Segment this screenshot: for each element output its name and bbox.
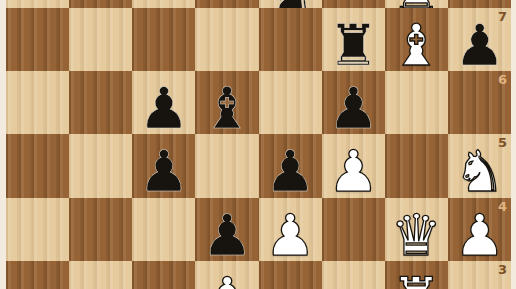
white-pawn-h4[interactable]: ♟ (454, 207, 505, 264)
black-bishop-d6[interactable]: ♝ (201, 80, 252, 137)
square-e4[interactable]: ♟ (259, 198, 322, 261)
right-page-margin (511, 0, 516, 289)
square-b6[interactable] (69, 71, 132, 134)
left-page-margin (0, 0, 6, 289)
square-e8[interactable]: ♞ (259, 0, 322, 8)
white-pawn-d3[interactable]: ♟ (201, 270, 252, 289)
square-g8[interactable]: ♜ (385, 0, 448, 8)
square-g5[interactable] (385, 134, 448, 197)
square-b8[interactable] (69, 0, 132, 8)
square-c5[interactable]: ♟ (132, 134, 195, 197)
square-h6[interactable]: 6 (448, 71, 511, 134)
square-a7[interactable] (6, 8, 69, 71)
rank-label-3: 3 (498, 263, 507, 276)
square-f7[interactable]: ♜ (322, 8, 385, 71)
chess-board[interactable]: ♞♜♜♝7♟♟♝♟6♟♟♟5♞♟♟♛4♟♟♜3 (6, 0, 511, 289)
square-g7[interactable]: ♝ (385, 8, 448, 71)
square-f8[interactable] (322, 0, 385, 8)
black-pawn-e5[interactable]: ♟ (265, 143, 316, 200)
black-rook-f7[interactable]: ♜ (328, 17, 379, 74)
square-d6[interactable]: ♝ (195, 71, 258, 134)
black-pawn-d4[interactable]: ♟ (201, 207, 252, 264)
square-a8[interactable] (6, 0, 69, 8)
square-d7[interactable] (195, 8, 258, 71)
square-g4[interactable]: ♛ (385, 198, 448, 261)
square-d4[interactable]: ♟ (195, 198, 258, 261)
square-h8[interactable] (448, 0, 511, 8)
square-b7[interactable] (69, 8, 132, 71)
square-c4[interactable] (132, 198, 195, 261)
square-e6[interactable] (259, 71, 322, 134)
square-e7[interactable] (259, 8, 322, 71)
rank-label-6: 6 (498, 73, 507, 86)
white-knight-h5[interactable]: ♞ (454, 143, 505, 200)
square-e5[interactable]: ♟ (259, 134, 322, 197)
square-d5[interactable] (195, 134, 258, 197)
square-a3[interactable] (6, 261, 69, 289)
square-d8[interactable] (195, 0, 258, 8)
square-h3[interactable]: 3 (448, 261, 511, 289)
square-b4[interactable] (69, 198, 132, 261)
square-a4[interactable] (6, 198, 69, 261)
square-h4[interactable]: 4♟ (448, 198, 511, 261)
white-queen-g4[interactable]: ♛ (391, 207, 442, 264)
square-a6[interactable] (6, 71, 69, 134)
square-b5[interactable] (69, 134, 132, 197)
black-pawn-h7[interactable]: ♟ (454, 17, 505, 74)
white-bishop-g7[interactable]: ♝ (391, 17, 442, 74)
square-f4[interactable] (322, 198, 385, 261)
white-pawn-e4[interactable]: ♟ (265, 207, 316, 264)
square-h7[interactable]: 7♟ (448, 8, 511, 71)
square-f6[interactable]: ♟ (322, 71, 385, 134)
square-a5[interactable] (6, 134, 69, 197)
square-h5[interactable]: 5♞ (448, 134, 511, 197)
square-e3[interactable] (259, 261, 322, 289)
square-f3[interactable] (322, 261, 385, 289)
black-pawn-c6[interactable]: ♟ (138, 80, 189, 137)
chessboard-screenshot: ♞♜♜♝7♟♟♝♟6♟♟♟5♞♟♟♛4♟♟♜3 (0, 0, 516, 289)
square-d3[interactable]: ♟ (195, 261, 258, 289)
square-g6[interactable] (385, 71, 448, 134)
square-c6[interactable]: ♟ (132, 71, 195, 134)
black-pawn-c5[interactable]: ♟ (138, 143, 189, 200)
white-pawn-f5[interactable]: ♟ (328, 143, 379, 200)
square-c8[interactable] (132, 0, 195, 8)
square-c3[interactable] (132, 261, 195, 289)
square-g3[interactable]: ♜ (385, 261, 448, 289)
square-f5[interactable]: ♟ (322, 134, 385, 197)
square-b3[interactable] (69, 261, 132, 289)
black-pawn-f6[interactable]: ♟ (328, 80, 379, 137)
square-c7[interactable] (132, 8, 195, 71)
white-rook-g3[interactable]: ♜ (391, 270, 442, 289)
